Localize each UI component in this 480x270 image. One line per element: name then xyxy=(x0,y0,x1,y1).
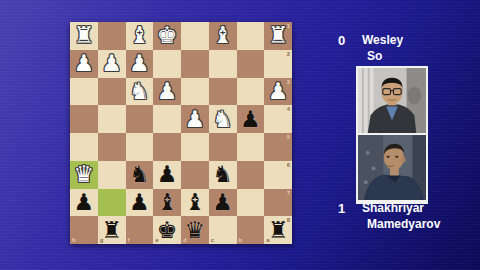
square-f6[interactable]: ♞ xyxy=(126,161,154,189)
square-e5[interactable] xyxy=(153,133,181,161)
square-a2[interactable]: 2 xyxy=(264,50,292,78)
square-g2[interactable]: ♟ xyxy=(98,50,126,78)
square-b3[interactable] xyxy=(237,78,265,106)
file-label-h: h xyxy=(72,237,76,243)
player-bottom-name-line2: Mamedyarov xyxy=(362,217,440,233)
file-label-f: f xyxy=(128,237,130,243)
square-f4[interactable] xyxy=(126,105,154,133)
square-d7[interactable]: ♝ xyxy=(181,189,209,217)
piece-white-king-e1[interactable]: ♚ xyxy=(153,22,181,50)
piece-white-rook-h1[interactable]: ♜ xyxy=(70,22,98,50)
square-f5[interactable] xyxy=(126,133,154,161)
rank-label-2: 2 xyxy=(287,51,290,57)
piece-white-knight-f3[interactable]: ♞ xyxy=(126,78,154,106)
square-d3[interactable] xyxy=(181,78,209,106)
square-g3[interactable] xyxy=(98,78,126,106)
rank-label-5: 5 xyxy=(287,134,290,140)
piece-black-knight-c6[interactable]: ♞ xyxy=(209,161,237,189)
square-e7[interactable]: ♝ xyxy=(153,189,181,217)
player-top-name-line1: Wesley xyxy=(362,33,403,49)
photo-shakhriyar-mamedyarov xyxy=(358,135,426,200)
square-b8[interactable]: b xyxy=(237,216,265,244)
square-b4[interactable]: ♟ xyxy=(237,105,265,133)
piece-white-pawn-e3[interactable]: ♟ xyxy=(153,78,181,106)
piece-white-pawn-d4[interactable]: ♟ xyxy=(181,105,209,133)
square-h4[interactable] xyxy=(70,105,98,133)
piece-white-pawn-f2[interactable]: ♟ xyxy=(126,50,154,78)
photo-wesley-so xyxy=(358,68,426,133)
square-c3[interactable] xyxy=(209,78,237,106)
piece-black-bishop-d7[interactable]: ♝ xyxy=(181,189,209,217)
piece-black-pawn-c7[interactable]: ♟ xyxy=(209,189,237,217)
piece-white-knight-c4[interactable]: ♞ xyxy=(209,105,237,133)
player-bottom-name-line1: Shakhriyar xyxy=(362,201,440,217)
player-photos xyxy=(356,66,428,204)
player-top-name-line2: So xyxy=(362,49,403,65)
square-b6[interactable] xyxy=(237,161,265,189)
chess-board[interactable]: ♜♝♚♝♜1♟♟♟2♞♟♟3♟♞♟45♛♞♟♞6♟♟♝♝♟7h♜gf♚e♛dcb… xyxy=(70,22,292,244)
square-f3[interactable]: ♞ xyxy=(126,78,154,106)
file-label-c: c xyxy=(211,237,214,243)
shakhriyar-mamedyarov-portrait-art xyxy=(358,135,426,200)
wesley-so-portrait-art xyxy=(358,68,426,133)
square-a5[interactable]: 5 xyxy=(264,133,292,161)
square-h1[interactable]: ♜ xyxy=(70,22,98,50)
square-d4[interactable]: ♟ xyxy=(181,105,209,133)
piece-white-pawn-a3[interactable]: ♟ xyxy=(264,78,292,106)
square-d6[interactable] xyxy=(181,161,209,189)
piece-black-pawn-h7[interactable]: ♟ xyxy=(70,189,98,217)
square-h6[interactable]: ♛ xyxy=(70,161,98,189)
square-g1[interactable] xyxy=(98,22,126,50)
square-b5[interactable] xyxy=(237,133,265,161)
piece-black-rook-g8[interactable]: ♜ xyxy=(98,216,126,244)
square-d8[interactable]: ♛d xyxy=(181,216,209,244)
piece-black-rook-a8[interactable]: ♜ xyxy=(264,216,292,244)
square-g6[interactable] xyxy=(98,161,126,189)
square-g5[interactable] xyxy=(98,133,126,161)
score-top: 0 xyxy=(338,33,354,64)
player-name-bottom: Shakhriyar Mamedyarov xyxy=(362,201,440,232)
piece-black-bishop-e7[interactable]: ♝ xyxy=(153,189,181,217)
piece-black-king-e8[interactable]: ♚ xyxy=(153,216,181,244)
square-f7[interactable]: ♟ xyxy=(126,189,154,217)
square-d1[interactable] xyxy=(181,22,209,50)
square-a7[interactable]: 7 xyxy=(264,189,292,217)
piece-white-bishop-f1[interactable]: ♝ xyxy=(126,22,154,50)
square-h8[interactable]: h xyxy=(70,216,98,244)
square-a1[interactable]: ♜1 xyxy=(264,22,292,50)
square-a6[interactable]: 6 xyxy=(264,161,292,189)
score-bottom: 1 xyxy=(338,201,354,232)
square-f8[interactable]: f xyxy=(126,216,154,244)
piece-white-bishop-c1[interactable]: ♝ xyxy=(209,22,237,50)
square-d2[interactable] xyxy=(181,50,209,78)
square-a8[interactable]: ♜8a xyxy=(264,216,292,244)
rank-label-6: 6 xyxy=(287,162,290,168)
player-bottom-row: 1 Shakhriyar Mamedyarov xyxy=(338,201,440,232)
square-h7[interactable]: ♟ xyxy=(70,189,98,217)
square-f1[interactable]: ♝ xyxy=(126,22,154,50)
square-a4[interactable]: 4 xyxy=(264,105,292,133)
square-e1[interactable]: ♚ xyxy=(153,22,181,50)
file-label-b: b xyxy=(239,237,243,243)
square-f2[interactable]: ♟ xyxy=(126,50,154,78)
square-h3[interactable] xyxy=(70,78,98,106)
square-c7[interactable]: ♟ xyxy=(209,189,237,217)
square-c1[interactable]: ♝ xyxy=(209,22,237,50)
square-b1[interactable] xyxy=(237,22,265,50)
square-c4[interactable]: ♞ xyxy=(209,105,237,133)
square-a3[interactable]: ♟3 xyxy=(264,78,292,106)
player-name-top: Wesley So xyxy=(362,33,403,64)
square-c2[interactable] xyxy=(209,50,237,78)
piece-white-rook-a1[interactable]: ♜ xyxy=(264,22,292,50)
piece-black-pawn-f7[interactable]: ♟ xyxy=(126,189,154,217)
piece-black-queen-d8[interactable]: ♛ xyxy=(181,216,209,244)
piece-black-pawn-b4[interactable]: ♟ xyxy=(237,105,265,133)
square-c6[interactable]: ♞ xyxy=(209,161,237,189)
square-h2[interactable]: ♟ xyxy=(70,50,98,78)
square-d5[interactable] xyxy=(181,133,209,161)
square-c8[interactable]: c xyxy=(209,216,237,244)
square-g7[interactable] xyxy=(98,189,126,217)
broadcast-frame: ♜♝♚♝♜1♟♟♟2♞♟♟3♟♞♟45♛♞♟♞6♟♟♝♝♟7h♜gf♚e♛dcb… xyxy=(0,0,480,270)
rank-label-7: 7 xyxy=(287,190,290,196)
piece-black-pawn-e6[interactable]: ♟ xyxy=(153,161,181,189)
piece-black-knight-f6[interactable]: ♞ xyxy=(126,161,154,189)
square-e6[interactable]: ♟ xyxy=(153,161,181,189)
piece-white-pawn-h2[interactable]: ♟ xyxy=(70,50,98,78)
piece-white-queen-h6[interactable]: ♛ xyxy=(70,161,98,189)
square-h5[interactable] xyxy=(70,133,98,161)
square-b2[interactable] xyxy=(237,50,265,78)
square-e4[interactable] xyxy=(153,105,181,133)
square-e8[interactable]: ♚e xyxy=(153,216,181,244)
square-e2[interactable] xyxy=(153,50,181,78)
player-top-row: 0 Wesley So xyxy=(338,33,403,64)
square-b7[interactable] xyxy=(237,189,265,217)
square-g4[interactable] xyxy=(98,105,126,133)
square-e3[interactable]: ♟ xyxy=(153,78,181,106)
piece-white-pawn-g2[interactable]: ♟ xyxy=(98,50,126,78)
rank-label-4: 4 xyxy=(287,106,290,112)
square-g8[interactable]: ♜g xyxy=(98,216,126,244)
square-c5[interactable] xyxy=(209,133,237,161)
